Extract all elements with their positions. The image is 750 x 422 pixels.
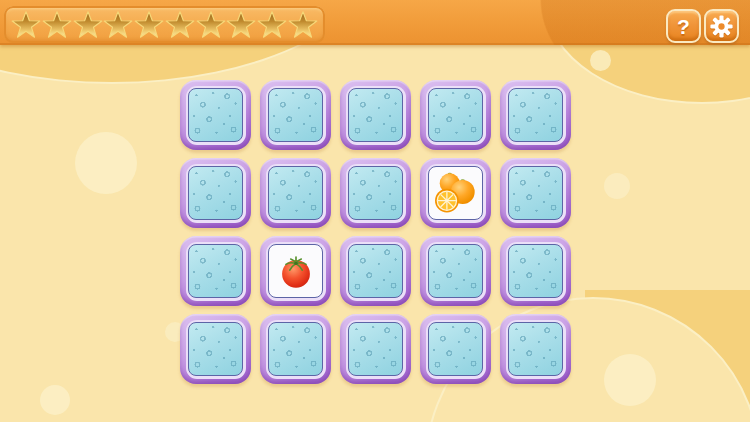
card-ring: [506, 320, 566, 379]
star-icon: [103, 11, 133, 39]
gear-icon: [710, 15, 733, 38]
card-face: [508, 88, 563, 142]
card-face-down[interactable]: [500, 80, 571, 150]
card-face-down[interactable]: [500, 158, 571, 228]
card-face: [188, 88, 243, 142]
card-face-down[interactable]: [180, 236, 251, 306]
card-face-down[interactable]: [340, 158, 411, 228]
star-icon: [73, 11, 103, 39]
card-ring: [506, 164, 566, 223]
question-mark-icon: ?: [677, 16, 690, 37]
card-ring: [266, 164, 326, 223]
card-face: [188, 244, 243, 298]
card-face: [348, 244, 403, 298]
card-face: [508, 166, 563, 220]
card-ring: [346, 320, 406, 379]
card-ring: [186, 164, 246, 223]
card-ring: [426, 86, 486, 145]
card-face: [508, 244, 563, 298]
card-face-down[interactable]: [420, 314, 491, 384]
card-ring: [186, 242, 246, 301]
background-bubble: [590, 50, 611, 71]
score-stars-banner: [4, 6, 325, 43]
card-ring: [186, 320, 246, 379]
card-face-down[interactable]: [340, 236, 411, 306]
card-face: [268, 244, 323, 298]
card-ring: [426, 320, 486, 379]
card-face: [348, 88, 403, 142]
card-face: [428, 166, 483, 220]
background-bubble: [604, 354, 656, 406]
card-ring: [426, 242, 486, 301]
card-face: [268, 166, 323, 220]
card-face-down[interactable]: [420, 80, 491, 150]
card-face-down[interactable]: [340, 314, 411, 384]
card-face: [268, 322, 323, 376]
game-screen: ?: [0, 0, 750, 422]
card-face-down[interactable]: [180, 158, 251, 228]
stars-row: [11, 11, 319, 39]
card-face-down[interactable]: [260, 314, 331, 384]
card-ring: [266, 242, 326, 301]
card-face-down[interactable]: [420, 236, 491, 306]
card-face-down[interactable]: [260, 80, 331, 150]
card-ring: [346, 164, 406, 223]
card-ring: [186, 86, 246, 145]
star-icon: [196, 11, 226, 39]
star-icon: [226, 11, 256, 39]
card-face: [268, 88, 323, 142]
card-face: [508, 322, 563, 376]
card-face-down[interactable]: [180, 80, 251, 150]
star-icon: [257, 11, 287, 39]
card-ring: [266, 86, 326, 145]
card-ring: [346, 86, 406, 145]
card-face: [428, 322, 483, 376]
card-ring: [426, 164, 486, 223]
tomato-image: [273, 248, 319, 294]
card-face-down[interactable]: [180, 314, 251, 384]
settings-button[interactable]: [704, 9, 739, 43]
card-face: [348, 322, 403, 376]
background-bubble: [604, 173, 630, 199]
star-icon: [42, 11, 72, 39]
card-ring: [346, 242, 406, 301]
star-icon: [134, 11, 164, 39]
star-icon: [165, 11, 195, 39]
card-face-down[interactable]: [340, 80, 411, 150]
card-ring: [266, 320, 326, 379]
board: [180, 80, 571, 384]
background-bubble: [75, 132, 137, 194]
card-tomato-revealed[interactable]: [260, 236, 331, 306]
card-face-down[interactable]: [500, 314, 571, 384]
oranges-image: [433, 170, 479, 216]
star-icon: [288, 11, 318, 39]
card-ring: [506, 242, 566, 301]
card-face: [428, 244, 483, 298]
card-face: [188, 322, 243, 376]
background-bubble: [40, 385, 70, 415]
card-face-down[interactable]: [500, 236, 571, 306]
card-face: [348, 166, 403, 220]
help-button[interactable]: ?: [666, 9, 701, 43]
card-face: [188, 166, 243, 220]
card-oranges-revealed[interactable]: [420, 158, 491, 228]
card-ring: [506, 86, 566, 145]
card-face-down[interactable]: [260, 158, 331, 228]
star-icon: [11, 11, 41, 39]
card-face: [428, 88, 483, 142]
